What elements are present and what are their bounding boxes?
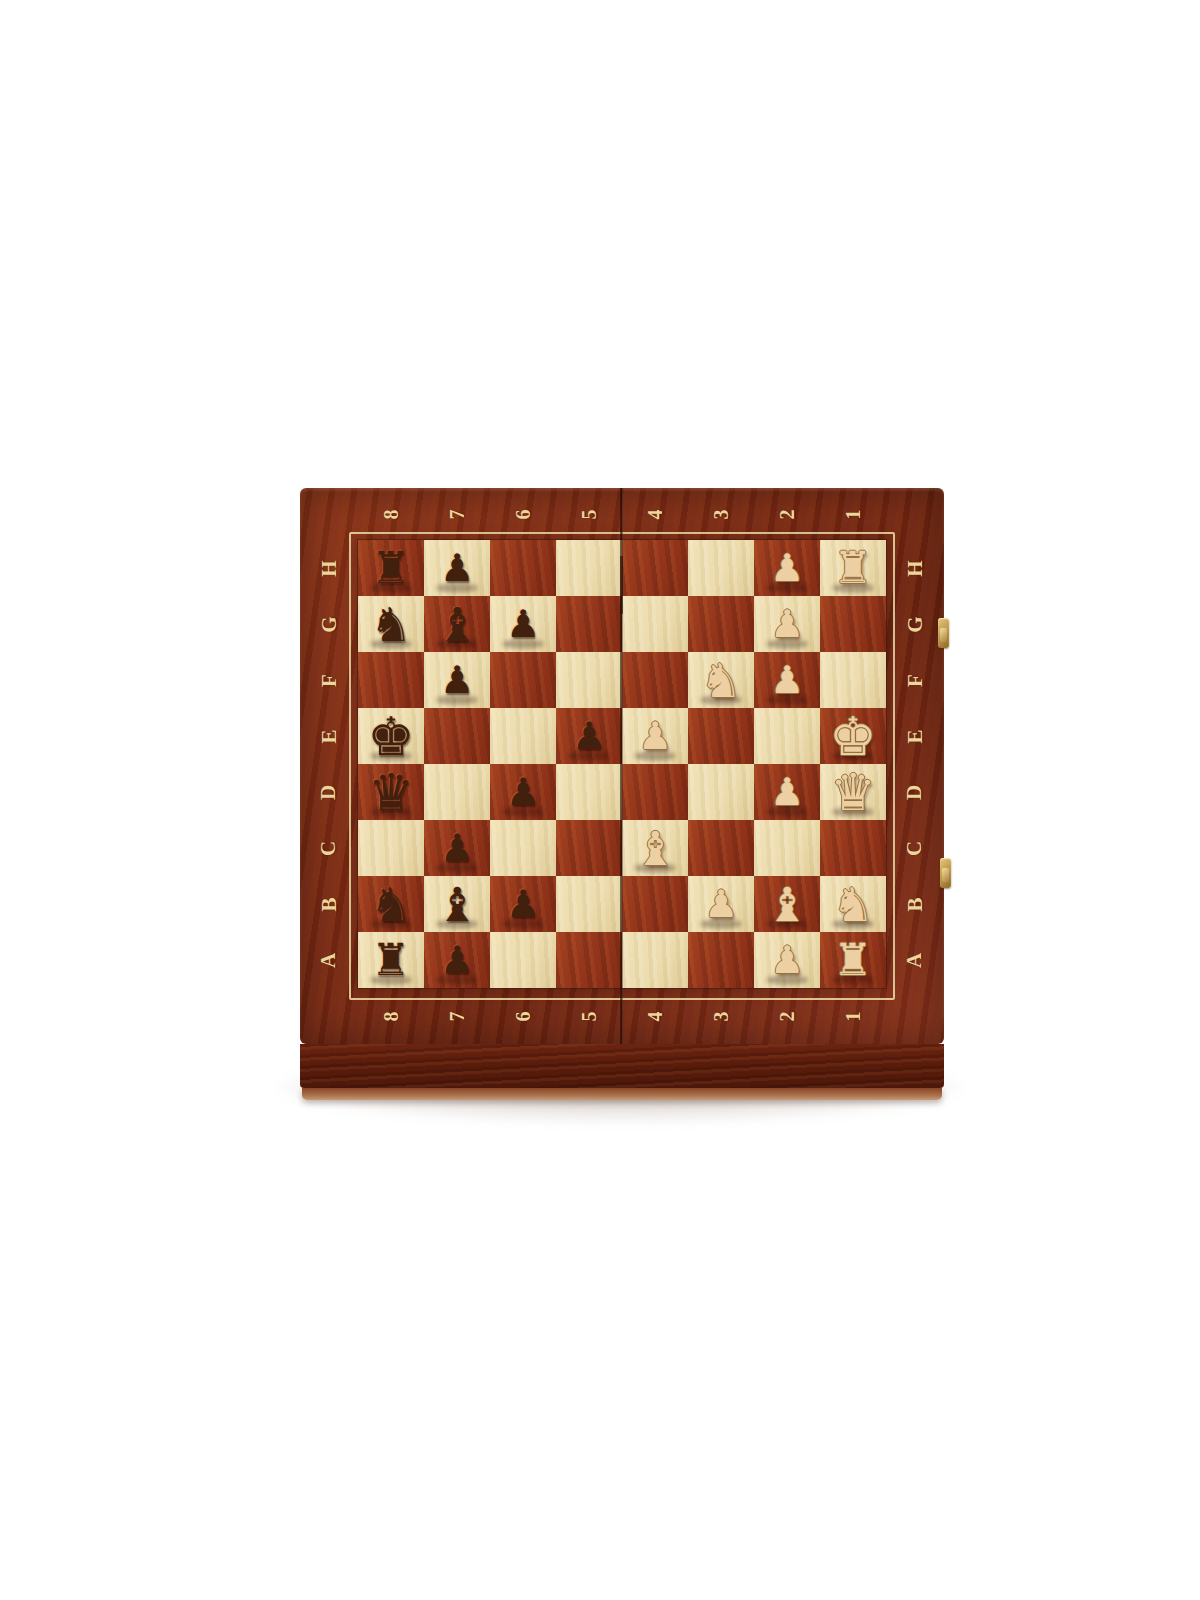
rank-label-top-5: 5 [556, 488, 622, 540]
square-d5[interactable] [556, 764, 622, 820]
rank-label-top-8: 8 [358, 488, 424, 540]
square-e4[interactable]: ♟ [622, 708, 688, 764]
square-c7[interactable]: ♟ [424, 820, 490, 876]
chess-board: ♜♟♟♜♞♝♟♟♟♞♟♚♟♟♚♛♟♟♛♟♝♞♝♟♟♝♞♜♟♟♜ HGFEDCBA… [300, 488, 944, 1044]
black-rook-a8[interactable]: ♜ [358, 932, 424, 988]
white-king-e1[interactable]: ♚ [820, 708, 886, 764]
square-b3[interactable]: ♟ [688, 876, 754, 932]
white-pawn-f2[interactable]: ♟ [754, 652, 820, 708]
rank-label-bottom-2: 2 [754, 988, 820, 1044]
square-d8[interactable]: ♛ [358, 764, 424, 820]
white-knight-b1[interactable]: ♞ [820, 876, 886, 932]
rank-label-bottom-1: 1 [820, 988, 886, 1044]
square-e2[interactable] [754, 708, 820, 764]
square-f7[interactable]: ♟ [424, 652, 490, 708]
rank-label-top-3: 3 [688, 488, 754, 540]
rank-label-top-6: 6 [490, 488, 556, 540]
square-c4[interactable]: ♝ [622, 820, 688, 876]
file-label-right-G: G [886, 596, 944, 652]
white-bishop-c4[interactable]: ♝ [622, 820, 688, 876]
square-c2[interactable] [754, 820, 820, 876]
rank-label-top-4: 4 [622, 488, 688, 540]
black-king-e8[interactable]: ♚ [358, 708, 424, 764]
square-d2[interactable]: ♟ [754, 764, 820, 820]
square-h6[interactable] [490, 540, 556, 596]
file-label-right-A: A [886, 932, 944, 988]
file-label-left-C: C [300, 820, 358, 876]
black-pawn-e5[interactable]: ♟ [556, 708, 622, 764]
black-pawn-g6[interactable]: ♟ [490, 596, 556, 652]
square-g2[interactable]: ♟ [754, 596, 820, 652]
square-f1[interactable] [820, 652, 886, 708]
square-f6[interactable] [490, 652, 556, 708]
square-e8[interactable]: ♚ [358, 708, 424, 764]
black-queen-d8[interactable]: ♛ [358, 764, 424, 820]
black-pawn-d6[interactable]: ♟ [490, 764, 556, 820]
box-side-face [300, 1044, 944, 1088]
square-e3[interactable] [688, 708, 754, 764]
square-d4[interactable] [622, 764, 688, 820]
black-pawn-a7[interactable]: ♟ [424, 932, 490, 988]
black-pawn-h7[interactable]: ♟ [424, 540, 490, 596]
file-label-left-A: A [300, 932, 358, 988]
square-g3[interactable] [688, 596, 754, 652]
box-bottom-edge [302, 1088, 942, 1100]
square-a3[interactable] [688, 932, 754, 988]
square-h5[interactable] [556, 540, 622, 596]
square-c3[interactable] [688, 820, 754, 876]
square-a8[interactable]: ♜ [358, 932, 424, 988]
white-pawn-a2[interactable]: ♟ [754, 932, 820, 988]
file-label-right-C: C [886, 820, 944, 876]
square-f3[interactable]: ♞ [688, 652, 754, 708]
file-label-right-D: D [886, 764, 944, 820]
square-g6[interactable]: ♟ [490, 596, 556, 652]
square-a4[interactable] [622, 932, 688, 988]
square-g7[interactable]: ♝ [424, 596, 490, 652]
file-label-right-E: E [886, 708, 944, 764]
square-e5[interactable]: ♟ [556, 708, 622, 764]
square-b1[interactable]: ♞ [820, 876, 886, 932]
white-pawn-e4[interactable]: ♟ [622, 708, 688, 764]
file-label-left-B: B [300, 876, 358, 932]
white-rook-a1[interactable]: ♜ [820, 932, 886, 988]
file-label-left-G: G [300, 596, 358, 652]
black-pawn-f7[interactable]: ♟ [424, 652, 490, 708]
square-b8[interactable]: ♞ [358, 876, 424, 932]
square-f8[interactable] [358, 652, 424, 708]
black-pawn-b6[interactable]: ♟ [490, 876, 556, 932]
square-d1[interactable]: ♛ [820, 764, 886, 820]
rank-label-bottom-5: 5 [556, 988, 622, 1044]
white-knight-f3[interactable]: ♞ [688, 652, 754, 708]
square-h3[interactable] [688, 540, 754, 596]
square-h7[interactable]: ♟ [424, 540, 490, 596]
square-a2[interactable]: ♟ [754, 932, 820, 988]
rank-label-bottom-8: 8 [358, 988, 424, 1044]
square-a7[interactable]: ♟ [424, 932, 490, 988]
square-g1[interactable] [820, 596, 886, 652]
square-b7[interactable]: ♝ [424, 876, 490, 932]
square-h8[interactable]: ♜ [358, 540, 424, 596]
file-label-right-F: F [886, 652, 944, 708]
file-label-left-D: D [300, 764, 358, 820]
photo-stage: ♜♟♟♜♞♝♟♟♟♞♟♚♟♟♚♛♟♟♛♟♝♞♝♟♟♝♞♜♟♟♜ HGFEDCBA… [0, 0, 1200, 1600]
file-label-right-H: H [886, 540, 944, 596]
chess-grid: ♜♟♟♜♞♝♟♟♟♞♟♚♟♟♚♛♟♟♛♟♝♞♝♟♟♝♞♜♟♟♜ [358, 540, 886, 988]
square-h2[interactable]: ♟ [754, 540, 820, 596]
black-knight-b8[interactable]: ♞ [358, 876, 424, 932]
white-pawn-d2[interactable]: ♟ [754, 764, 820, 820]
file-label-left-H: H [300, 540, 358, 596]
black-pawn-c7[interactable]: ♟ [424, 820, 490, 876]
square-f4[interactable] [622, 652, 688, 708]
square-g8[interactable]: ♞ [358, 596, 424, 652]
white-bishop-b2[interactable]: ♝ [754, 876, 820, 932]
rank-label-bottom-3: 3 [688, 988, 754, 1044]
square-g5[interactable] [556, 596, 622, 652]
white-pawn-b3[interactable]: ♟ [688, 876, 754, 932]
square-a1[interactable]: ♜ [820, 932, 886, 988]
square-a5[interactable] [556, 932, 622, 988]
square-c6[interactable] [490, 820, 556, 876]
brass-clasp-lower [940, 858, 951, 888]
brass-clasp-upper [938, 618, 949, 648]
file-label-left-E: E [300, 708, 358, 764]
square-h1[interactable]: ♜ [820, 540, 886, 596]
square-e6[interactable] [490, 708, 556, 764]
square-b6[interactable]: ♟ [490, 876, 556, 932]
square-e1[interactable]: ♚ [820, 708, 886, 764]
square-d3[interactable] [688, 764, 754, 820]
rank-label-bottom-4: 4 [622, 988, 688, 1044]
square-b2[interactable]: ♝ [754, 876, 820, 932]
black-bishop-b7[interactable]: ♝ [424, 876, 490, 932]
square-b5[interactable] [556, 876, 622, 932]
black-bishop-g7[interactable]: ♝ [424, 596, 490, 652]
square-h4[interactable] [622, 540, 688, 596]
square-d7[interactable] [424, 764, 490, 820]
square-d6[interactable]: ♟ [490, 764, 556, 820]
white-rook-h1[interactable]: ♜ [820, 540, 886, 596]
square-c8[interactable] [358, 820, 424, 876]
file-label-left-F: F [300, 652, 358, 708]
white-pawn-g2[interactable]: ♟ [754, 596, 820, 652]
square-a6[interactable] [490, 932, 556, 988]
rank-label-top-7: 7 [424, 488, 490, 540]
rank-label-bottom-6: 6 [490, 988, 556, 1044]
square-c5[interactable] [556, 820, 622, 876]
square-e7[interactable] [424, 708, 490, 764]
square-f5[interactable] [556, 652, 622, 708]
rank-label-top-1: 1 [820, 488, 886, 540]
rank-label-top-2: 2 [754, 488, 820, 540]
square-g4[interactable] [622, 596, 688, 652]
square-f2[interactable]: ♟ [754, 652, 820, 708]
square-c1[interactable] [820, 820, 886, 876]
rank-label-bottom-7: 7 [424, 988, 490, 1044]
file-label-right-B: B [886, 876, 944, 932]
black-rook-h8[interactable]: ♜ [358, 540, 424, 596]
black-knight-g8[interactable]: ♞ [358, 596, 424, 652]
white-queen-d1[interactable]: ♛ [820, 764, 886, 820]
white-pawn-h2[interactable]: ♟ [754, 540, 820, 596]
square-b4[interactable] [622, 876, 688, 932]
